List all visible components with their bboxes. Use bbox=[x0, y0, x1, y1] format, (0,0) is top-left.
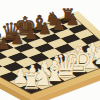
piece-black-pawn-f7: ♟ bbox=[38, 19, 52, 38]
piece-black-pawn-g7: ♟ bbox=[52, 15, 66, 34]
piece-white-rook-a1: ♜ bbox=[21, 68, 41, 94]
piece-black-pawn-c7: ♟ bbox=[0, 34, 11, 53]
piece-black-pawn-e7: ♟ bbox=[24, 24, 38, 43]
chess-board-photo-svg: ♜♟♞♟♝♟♚♟♛♟♝♟♞♟♟♜♟♟♜♟♞♟♝♟♚♟♛♟♝♟♞♜ bbox=[0, 0, 100, 100]
piece-black-pawn-h7: ♟ bbox=[65, 10, 79, 29]
piece-black-pawn-d7: ♟ bbox=[10, 29, 24, 48]
chess-set-product-photo: ♜♟♞♟♝♟♚♟♛♟♝♟♞♟♟♜♟♟♜♟♞♟♝♟♚♟♛♟♝♟♞♜ bbox=[0, 0, 100, 100]
